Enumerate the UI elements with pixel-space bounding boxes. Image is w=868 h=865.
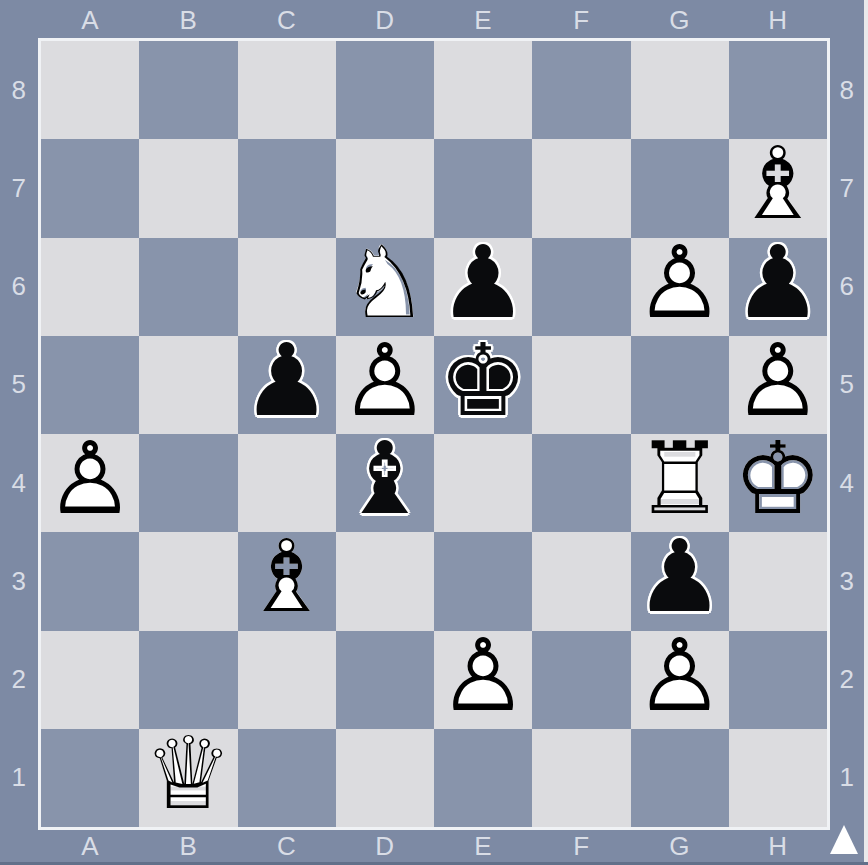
square-c5[interactable]: ♟: [238, 336, 336, 434]
rank-label-3: 3: [830, 532, 864, 630]
rank-label-6: 6: [830, 238, 864, 336]
square-d2[interactable]: [336, 631, 434, 729]
square-f8[interactable]: [532, 41, 630, 139]
square-e4[interactable]: [434, 434, 532, 532]
rank-labels-left: 87654321: [0, 41, 38, 827]
rank-label-8: 8: [830, 41, 864, 139]
piece-outline-glyph: ♗: [733, 134, 823, 234]
piece-outline-glyph: ♙: [635, 626, 725, 726]
chess-board[interactable]: ♝♗♞♘♟♟♙♟♟♟♙♚♟♙♟♙♝♜♖♚♔♝♗♟♟♙♟♙♛♕: [38, 38, 830, 830]
square-c1[interactable]: [238, 729, 336, 827]
square-c7[interactable]: [238, 139, 336, 237]
square-b1[interactable]: ♛♕: [139, 729, 237, 827]
square-d1[interactable]: [336, 729, 434, 827]
square-a7[interactable]: [41, 139, 139, 237]
square-f5[interactable]: [532, 336, 630, 434]
square-e5[interactable]: ♚: [434, 336, 532, 434]
piece-outline-glyph: ♙: [733, 331, 823, 431]
white-pawn-g2[interactable]: ♟♙: [631, 631, 729, 729]
square-d8[interactable]: [336, 41, 434, 139]
chess-diagram: ABCDEFGH 87654321 ♝♗♞♘♟♟♙♟♟♟♙♚♟♙♟♙♝♜♖♚♔♝…: [0, 0, 868, 865]
square-d3[interactable]: [336, 532, 434, 630]
rank-label-1: 1: [830, 729, 864, 827]
file-label-g: G: [631, 830, 729, 862]
white-pawn-g6[interactable]: ♟♙: [631, 238, 729, 336]
file-labels-bottom: ABCDEFGH: [41, 830, 827, 862]
rank-label-1: 1: [0, 729, 38, 827]
square-e1[interactable]: [434, 729, 532, 827]
rank-labels-right: 87654321: [830, 41, 864, 827]
piece-fill-glyph: ♟: [635, 527, 725, 627]
piece-fill-glyph: ♝: [340, 429, 430, 529]
black-king-e5[interactable]: ♚: [434, 336, 532, 434]
file-label-e: E: [434, 0, 532, 40]
square-e2[interactable]: ♟♙: [434, 631, 532, 729]
piece-outline-glyph: ♙: [45, 429, 135, 529]
square-f6[interactable]: [532, 238, 630, 336]
rank-label-2: 2: [0, 631, 38, 729]
piece-fill-glyph: ♟: [733, 233, 823, 333]
piece-outline-glyph: ♙: [635, 233, 725, 333]
file-labels-top: ABCDEFGH: [41, 0, 827, 40]
square-f4[interactable]: [532, 434, 630, 532]
square-f3[interactable]: [532, 532, 630, 630]
white-king-h4[interactable]: ♚♔: [729, 434, 827, 532]
square-f7[interactable]: [532, 139, 630, 237]
square-a8[interactable]: [41, 41, 139, 139]
black-bishop-d4[interactable]: ♝: [336, 434, 434, 532]
rank-label-7: 7: [0, 139, 38, 237]
square-a4[interactable]: ♟♙: [41, 434, 139, 532]
rank-label-6: 6: [0, 238, 38, 336]
rank-label-3: 3: [0, 532, 38, 630]
square-a3[interactable]: [41, 532, 139, 630]
file-label-f: F: [532, 0, 630, 40]
file-label-a: A: [41, 0, 139, 40]
white-pawn-a4[interactable]: ♟♙: [41, 434, 139, 532]
file-label-a: A: [41, 830, 139, 862]
file-label-c: C: [238, 0, 336, 40]
square-c8[interactable]: [238, 41, 336, 139]
square-h2[interactable]: [729, 631, 827, 729]
square-c3[interactable]: ♝♗: [238, 532, 336, 630]
file-label-b: B: [139, 830, 237, 862]
piece-outline-glyph: ♔: [733, 429, 823, 529]
square-d4[interactable]: ♝: [336, 434, 434, 532]
rank-label-2: 2: [830, 631, 864, 729]
square-c2[interactable]: [238, 631, 336, 729]
right-edge-strip: [864, 0, 868, 865]
square-b6[interactable]: [139, 238, 237, 336]
file-label-g: G: [631, 0, 729, 40]
square-g6[interactable]: ♟♙: [631, 238, 729, 336]
black-pawn-c5[interactable]: ♟: [238, 336, 336, 434]
square-h1[interactable]: [729, 729, 827, 827]
square-f2[interactable]: [532, 631, 630, 729]
piece-outline-glyph: ♘: [340, 233, 430, 333]
white-pawn-e2[interactable]: ♟♙: [434, 631, 532, 729]
square-h4[interactable]: ♚♔: [729, 434, 827, 532]
rank-label-7: 7: [830, 139, 864, 237]
white-queen-b1[interactable]: ♛♕: [139, 729, 237, 827]
rank-label-5: 5: [830, 336, 864, 434]
file-label-h: H: [729, 0, 827, 40]
square-b4[interactable]: [139, 434, 237, 532]
piece-outline-glyph: ♕: [144, 724, 234, 824]
rank-label-4: 4: [830, 434, 864, 532]
piece-fill-glyph: ♟: [438, 233, 528, 333]
square-b3[interactable]: [139, 532, 237, 630]
square-f1[interactable]: [532, 729, 630, 827]
square-a2[interactable]: [41, 631, 139, 729]
piece-fill-glyph: ♚: [438, 331, 528, 431]
file-label-h: H: [729, 830, 827, 862]
piece-fill-glyph: ♟: [242, 331, 332, 431]
square-g8[interactable]: [631, 41, 729, 139]
file-label-c: C: [238, 830, 336, 862]
square-h3[interactable]: [729, 532, 827, 630]
file-label-f: F: [532, 830, 630, 862]
square-b8[interactable]: [139, 41, 237, 139]
square-g1[interactable]: [631, 729, 729, 827]
rank-label-4: 4: [0, 434, 38, 532]
square-a6[interactable]: [41, 238, 139, 336]
piece-outline-glyph: ♙: [438, 626, 528, 726]
piece-outline-glyph: ♖: [635, 429, 725, 529]
rank-label-5: 5: [0, 336, 38, 434]
white-bishop-c3[interactable]: ♝♗: [238, 532, 336, 630]
piece-outline-glyph: ♗: [242, 527, 332, 627]
square-g2[interactable]: ♟♙: [631, 631, 729, 729]
file-label-b: B: [139, 0, 237, 40]
white-to-move-triangle-icon: [830, 825, 858, 854]
file-label-e: E: [434, 830, 532, 862]
file-label-d: D: [336, 830, 434, 862]
square-b5[interactable]: [139, 336, 237, 434]
square-a1[interactable]: [41, 729, 139, 827]
piece-outline-glyph: ♙: [340, 331, 430, 431]
square-b7[interactable]: [139, 139, 237, 237]
file-label-d: D: [336, 0, 434, 40]
rank-label-8: 8: [0, 41, 38, 139]
square-e8[interactable]: [434, 41, 532, 139]
